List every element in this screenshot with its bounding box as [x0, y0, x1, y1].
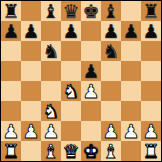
black-pawn[interactable]: ♟: [2, 21, 19, 41]
square-a3[interactable]: [1, 101, 21, 121]
white-pawn[interactable]: ♟: [2, 121, 19, 141]
square-f6[interactable]: ♞: [101, 41, 121, 61]
white-knight[interactable]: ♞: [62, 81, 79, 101]
square-b6[interactable]: [21, 41, 41, 61]
square-g6[interactable]: [121, 41, 141, 61]
square-d2[interactable]: [61, 121, 81, 141]
square-c4[interactable]: [41, 81, 61, 101]
square-g8[interactable]: [121, 1, 141, 21]
square-b3[interactable]: [21, 101, 41, 121]
white-rook[interactable]: ♜: [2, 141, 19, 161]
black-pawn[interactable]: ♟: [82, 61, 99, 81]
square-g7[interactable]: ♟: [121, 21, 141, 41]
square-b7[interactable]: ♟: [21, 21, 41, 41]
square-a2[interactable]: ♟: [1, 121, 21, 141]
square-e5[interactable]: ♟: [81, 61, 101, 81]
square-f3[interactable]: [101, 101, 121, 121]
square-h7[interactable]: ♟: [141, 21, 161, 41]
square-e6[interactable]: [81, 41, 101, 61]
white-pawn[interactable]: ♟: [22, 121, 39, 141]
square-b5[interactable]: [21, 61, 41, 81]
square-g5[interactable]: [121, 61, 141, 81]
white-pawn[interactable]: ♟: [142, 121, 159, 141]
square-e4[interactable]: ♟: [81, 81, 101, 101]
square-e8[interactable]: ♚: [81, 1, 101, 21]
square-a7[interactable]: ♟: [1, 21, 21, 41]
square-d5[interactable]: [61, 61, 81, 81]
square-g3[interactable]: [121, 101, 141, 121]
square-f4[interactable]: [101, 81, 121, 101]
white-rook[interactable]: ♜: [142, 141, 159, 161]
square-h4[interactable]: [141, 81, 161, 101]
square-f1[interactable]: ♝: [101, 141, 121, 161]
black-rook[interactable]: ♜: [142, 1, 159, 21]
black-pawn[interactable]: ♟: [22, 21, 39, 41]
white-pawn[interactable]: ♟: [82, 81, 99, 101]
square-d6[interactable]: [61, 41, 81, 61]
white-bishop[interactable]: ♝: [42, 141, 59, 161]
square-a8[interactable]: ♜: [1, 1, 21, 21]
square-c6[interactable]: ♞: [41, 41, 61, 61]
square-a1[interactable]: ♜: [1, 141, 21, 161]
black-bishop[interactable]: ♝: [42, 1, 59, 21]
square-f5[interactable]: [101, 61, 121, 81]
square-e7[interactable]: [81, 21, 101, 41]
square-g4[interactable]: [121, 81, 141, 101]
square-h3[interactable]: [141, 101, 161, 121]
square-d1[interactable]: ♛: [61, 141, 81, 161]
black-knight[interactable]: ♞: [42, 41, 59, 61]
square-g1[interactable]: [121, 141, 141, 161]
square-f2[interactable]: ♟: [101, 121, 121, 141]
square-c5[interactable]: [41, 61, 61, 81]
square-d3[interactable]: [61, 101, 81, 121]
square-a6[interactable]: [1, 41, 21, 61]
black-knight[interactable]: ♞: [102, 41, 119, 61]
square-h8[interactable]: ♜: [141, 1, 161, 21]
black-queen[interactable]: ♛: [62, 1, 79, 21]
square-b1[interactable]: [21, 141, 41, 161]
square-h2[interactable]: ♟: [141, 121, 161, 141]
square-a5[interactable]: [1, 61, 21, 81]
white-knight[interactable]: ♞: [42, 101, 59, 121]
square-b8[interactable]: [21, 1, 41, 21]
white-pawn[interactable]: ♟: [122, 121, 139, 141]
square-c8[interactable]: ♝: [41, 1, 61, 21]
black-pawn[interactable]: ♟: [122, 21, 139, 41]
square-a4[interactable]: [1, 81, 21, 101]
black-king[interactable]: ♚: [82, 1, 99, 21]
square-e1[interactable]: ♚: [81, 141, 101, 161]
square-d7[interactable]: ♟: [61, 21, 81, 41]
square-d8[interactable]: ♛: [61, 1, 81, 21]
square-c7[interactable]: [41, 21, 61, 41]
white-king[interactable]: ♚: [82, 141, 99, 161]
square-b2[interactable]: ♟: [21, 121, 41, 141]
black-rook[interactable]: ♜: [2, 1, 19, 21]
black-pawn[interactable]: ♟: [102, 21, 119, 41]
square-e2[interactable]: [81, 121, 101, 141]
white-pawn[interactable]: ♟: [102, 121, 119, 141]
white-bishop[interactable]: ♝: [102, 141, 119, 161]
black-pawn[interactable]: ♟: [142, 21, 159, 41]
white-queen[interactable]: ♛: [62, 141, 79, 161]
square-c1[interactable]: ♝: [41, 141, 61, 161]
square-g2[interactable]: ♟: [121, 121, 141, 141]
black-pawn[interactable]: ♟: [62, 21, 79, 41]
square-c3[interactable]: ♞: [41, 101, 61, 121]
square-e3[interactable]: [81, 101, 101, 121]
square-h5[interactable]: [141, 61, 161, 81]
chess-board: ♜♝♛♚♝♜♟♟♟♟♟♟♞♞♟♞♟♞♟♟♟♟♟♟♜♝♛♚♝♜: [0, 0, 162, 162]
square-f8[interactable]: ♝: [101, 1, 121, 21]
black-bishop[interactable]: ♝: [102, 1, 119, 21]
square-d4[interactable]: ♞: [61, 81, 81, 101]
white-pawn[interactable]: ♟: [42, 121, 59, 141]
square-h6[interactable]: [141, 41, 161, 61]
square-f7[interactable]: ♟: [101, 21, 121, 41]
square-b4[interactable]: [21, 81, 41, 101]
square-h1[interactable]: ♜: [141, 141, 161, 161]
square-c2[interactable]: ♟: [41, 121, 61, 141]
